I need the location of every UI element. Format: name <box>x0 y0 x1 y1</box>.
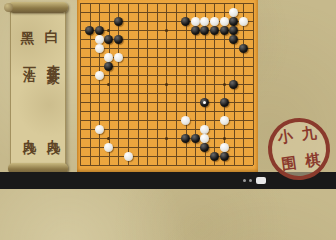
black-stone <box>220 26 229 35</box>
grid-line-vertical <box>176 3 177 165</box>
logo-char-1: 小 <box>272 124 299 151</box>
white-player-rank: 九段 <box>45 128 61 134</box>
grid-line-horizontal <box>80 129 253 130</box>
white-stone <box>200 125 209 134</box>
go-board <box>77 0 258 172</box>
black-stone <box>191 26 200 35</box>
star-point <box>107 83 110 86</box>
black-stone <box>114 35 123 44</box>
panel-icon[interactable] <box>256 177 266 184</box>
star-point <box>165 137 168 140</box>
black-stone <box>85 26 94 35</box>
star-point <box>223 83 226 86</box>
black-stone <box>95 26 104 35</box>
white-stone <box>191 17 200 26</box>
black-stone <box>220 152 229 161</box>
star-point <box>165 29 168 32</box>
black-stone <box>191 134 200 143</box>
black-stone <box>229 80 238 89</box>
black-player-rank: 九段 <box>21 128 37 134</box>
white-stone <box>95 35 104 44</box>
white-stone <box>220 17 229 26</box>
black-stone <box>200 26 209 35</box>
last-move-marker <box>203 101 206 104</box>
control-dot-icon[interactable] <box>249 179 252 182</box>
white-stone <box>239 17 248 26</box>
white-stone <box>95 125 104 134</box>
star-point <box>107 29 110 32</box>
white-stone <box>210 17 219 26</box>
black-stone <box>210 152 219 161</box>
black-stone-last-move <box>200 98 209 107</box>
star-point <box>223 137 226 140</box>
control-dots[interactable] <box>243 179 252 182</box>
white-stone <box>200 134 209 143</box>
screenshot-root: { "game": "go", "board_size": 19, "playe… <box>0 0 336 189</box>
grid-line-vertical <box>253 3 254 165</box>
black-stone <box>220 98 229 107</box>
star-point <box>107 137 110 140</box>
white-stone <box>200 17 209 26</box>
white-stone <box>220 143 229 152</box>
black-stone <box>200 143 209 152</box>
white-stone <box>220 116 229 125</box>
black-stone <box>229 35 238 44</box>
black-stone <box>104 35 113 44</box>
black-stone <box>239 44 248 53</box>
black-player-name: 丁浩 <box>21 56 37 62</box>
white-player-name: 李轩豪 <box>45 54 61 63</box>
black-stone <box>229 17 238 26</box>
player-scroll-banner: 白 李轩豪 九段 黑 丁浩 九段 <box>10 4 66 172</box>
white-stone <box>229 8 238 17</box>
black-stone <box>114 17 123 26</box>
grid-line-horizontal <box>80 165 253 166</box>
white-player-color-label: 白 <box>44 18 60 21</box>
white-stone <box>95 71 104 80</box>
white-stone <box>95 44 104 53</box>
white-stone <box>104 143 113 152</box>
grid-line-horizontal <box>80 93 253 94</box>
white-stone <box>104 53 113 62</box>
grid-line-horizontal <box>80 111 253 112</box>
white-stone <box>114 53 123 62</box>
control-dot-icon[interactable] <box>243 179 246 182</box>
black-stone <box>210 26 219 35</box>
white-stone <box>181 116 190 125</box>
black-stone <box>229 26 238 35</box>
black-player-color-label: 黑 <box>20 20 36 23</box>
black-stone <box>104 62 113 71</box>
scroll-top-roll <box>8 2 68 13</box>
logo-char-2: 九 <box>295 120 322 147</box>
logo-char-3: 围 <box>275 150 302 177</box>
star-point <box>165 83 168 86</box>
white-stone <box>124 152 133 161</box>
scroll-knob-icon <box>4 3 13 12</box>
black-stone <box>181 134 190 143</box>
grid-line-vertical <box>243 3 244 165</box>
logo-char-4: 棋 <box>299 147 326 174</box>
black-stone <box>181 17 190 26</box>
